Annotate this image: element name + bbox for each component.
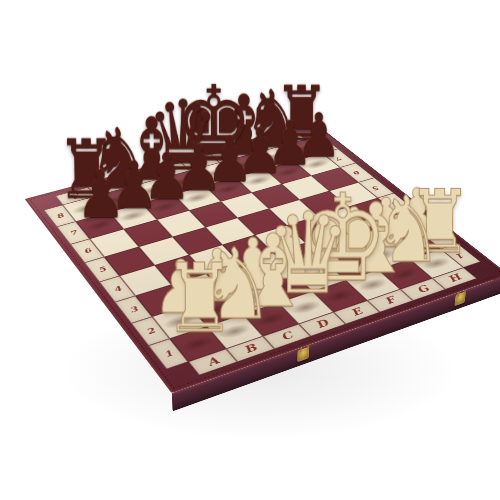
coordinate-glyph: B bbox=[101, 183, 115, 191]
coordinate-glyph: G bbox=[252, 143, 266, 150]
white-rook-glyph: ♜ bbox=[135, 252, 264, 346]
coordinate-glyph: 7 bbox=[334, 155, 345, 161]
brass-clasp-right bbox=[454, 291, 466, 306]
coordinate-glyph: H bbox=[279, 136, 294, 143]
coordinate-glyph: C bbox=[133, 175, 147, 183]
coordinate-glyph: D bbox=[163, 167, 177, 175]
coordinate-glyph: A bbox=[69, 192, 82, 200]
coordinate-glyph: E bbox=[194, 159, 207, 166]
brass-clasp-left bbox=[297, 347, 309, 363]
coordinate-glyph: 8 bbox=[316, 141, 326, 146]
coordinate-glyph: 8 bbox=[54, 212, 64, 219]
photo-stage: AABBCCDDEEFFGGHH1122334455667788 ♜♞♝♛♚♝♞… bbox=[0, 0, 500, 500]
coordinate-glyph: F bbox=[223, 151, 236, 158]
